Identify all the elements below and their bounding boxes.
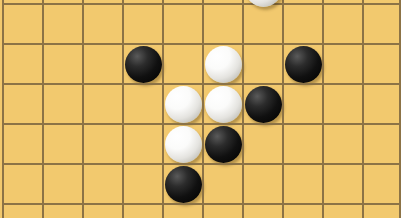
white-stone (205, 86, 242, 123)
board-cell[interactable] (2, 203, 42, 218)
board-cell[interactable] (242, 123, 282, 163)
board-cell[interactable] (322, 163, 362, 203)
board-cell[interactable] (282, 203, 322, 218)
board-cell[interactable] (362, 123, 401, 163)
white-stone (205, 46, 242, 83)
board-cell[interactable] (282, 163, 322, 203)
board-cell[interactable] (242, 203, 282, 218)
board-cell[interactable] (122, 3, 162, 43)
board-cell[interactable] (162, 163, 202, 203)
board-cell[interactable] (202, 3, 242, 43)
board-cell[interactable] (362, 163, 401, 203)
board-cell[interactable] (42, 43, 82, 83)
board-cell[interactable] (2, 123, 42, 163)
board-cell[interactable] (82, 123, 122, 163)
board-cell[interactable] (242, 43, 282, 83)
board-cell[interactable] (202, 83, 242, 123)
game-board (0, 0, 401, 218)
board-cell[interactable] (322, 203, 362, 218)
board-cell[interactable] (362, 43, 401, 83)
board-cell[interactable] (362, 83, 401, 123)
board-cell[interactable] (82, 163, 122, 203)
board-cell[interactable] (122, 43, 162, 83)
board-cell[interactable] (282, 123, 322, 163)
board-cell[interactable] (2, 43, 42, 83)
board-cell[interactable] (322, 43, 362, 83)
board-cell[interactable] (162, 203, 202, 218)
board-cell[interactable] (162, 3, 202, 43)
board-cell[interactable] (202, 163, 242, 203)
board-cell[interactable] (162, 43, 202, 83)
board-cell[interactable] (122, 163, 162, 203)
board-cell[interactable] (242, 83, 282, 123)
black-stone (245, 86, 282, 123)
board-cell[interactable] (82, 43, 122, 83)
board-cell[interactable] (202, 43, 242, 83)
board-cell[interactable] (82, 83, 122, 123)
black-stone (285, 46, 322, 83)
board-cell[interactable] (122, 83, 162, 123)
board-cell[interactable] (242, 163, 282, 203)
board-cell[interactable] (42, 163, 82, 203)
board-cell[interactable] (82, 203, 122, 218)
black-stone (205, 126, 242, 163)
board-cell[interactable] (42, 203, 82, 218)
board-cell[interactable] (362, 203, 401, 218)
board-cell[interactable] (2, 3, 42, 43)
white-stone (165, 86, 202, 123)
board-cell[interactable] (202, 203, 242, 218)
board-cell[interactable] (42, 123, 82, 163)
board-cell[interactable] (82, 3, 122, 43)
board-cell[interactable] (322, 3, 362, 43)
board-cell[interactable] (2, 83, 42, 123)
board-cell[interactable] (282, 43, 322, 83)
board-cell[interactable] (362, 3, 401, 43)
board-cell[interactable] (322, 83, 362, 123)
board-cell[interactable] (122, 123, 162, 163)
board-cell[interactable] (162, 83, 202, 123)
board-cell[interactable] (2, 163, 42, 203)
board-cell[interactable] (42, 3, 82, 43)
board-cell[interactable] (322, 123, 362, 163)
board-cell[interactable] (282, 3, 322, 43)
board-cell[interactable] (202, 123, 242, 163)
board-grid (2, 0, 401, 218)
black-stone (125, 46, 162, 83)
white-stone (165, 126, 202, 163)
black-stone (165, 166, 202, 203)
board-cell[interactable] (122, 203, 162, 218)
board-cell[interactable] (242, 3, 282, 43)
board-cell[interactable] (282, 83, 322, 123)
board-cell[interactable] (162, 123, 202, 163)
board-cell[interactable] (42, 83, 82, 123)
